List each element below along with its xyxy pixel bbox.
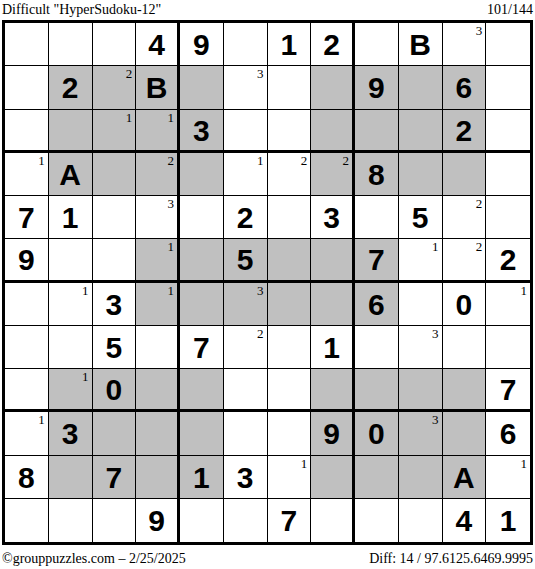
cell-r12c5[interactable] [180, 499, 224, 542]
cell-r4c12[interactable] [486, 153, 530, 196]
cell-r10c12[interactable]: 6 [486, 412, 530, 455]
cell-r11c11[interactable]: A [443, 456, 487, 499]
given-value: 1 [323, 331, 340, 363]
given-value: 7 [18, 201, 35, 233]
cell-r2c4[interactable]: B [136, 66, 180, 109]
cell-r7c6[interactable]: 3 [224, 283, 268, 326]
cell-r5c9[interactable] [355, 196, 399, 239]
corner-mark: 2 [168, 154, 175, 167]
cell-r7c8[interactable] [311, 283, 355, 326]
corner-mark: 1 [521, 457, 528, 470]
cell-r7c3[interactable]: 3 [93, 283, 137, 326]
cell-r4c2[interactable]: A [49, 153, 93, 196]
cell-r7c12[interactable]: 1 [486, 283, 530, 326]
sudoku-grid: 4912B322B39611321A2122871323529157122131… [2, 20, 533, 545]
cell-r8c9[interactable] [355, 326, 399, 369]
cell-r11c6[interactable]: 3 [224, 456, 268, 499]
cell-r6c11[interactable]: 2 [443, 239, 487, 282]
cell-r1c3[interactable] [93, 23, 137, 66]
cell-r12c9[interactable] [355, 499, 399, 542]
corner-mark: 1 [521, 284, 528, 297]
given-value: 6 [456, 71, 473, 103]
corner-mark: 1 [82, 284, 89, 297]
cell-r10c10[interactable]: 3 [399, 412, 443, 455]
cell-r3c5[interactable]: 3 [180, 110, 224, 153]
cell-r9c3[interactable]: 0 [93, 369, 137, 412]
cell-r8c5[interactable]: 7 [180, 326, 224, 369]
given-value: 9 [148, 504, 165, 536]
cell-r1c1[interactable] [5, 23, 49, 66]
cell-r4c6[interactable]: 1 [224, 153, 268, 196]
corner-mark: 3 [476, 24, 483, 37]
cell-r3c7[interactable] [268, 110, 312, 153]
cell-r4c7[interactable]: 2 [268, 153, 312, 196]
given-value: 6 [500, 417, 517, 449]
cell-r12c12[interactable]: 1 [486, 499, 530, 542]
corner-mark: 3 [168, 197, 175, 210]
given-value: 3 [237, 461, 254, 493]
cell-r8c12[interactable] [486, 326, 530, 369]
cell-r12c3[interactable] [93, 499, 137, 542]
corner-mark: 2 [126, 67, 133, 80]
cell-r3c2[interactable] [49, 110, 93, 153]
corner-mark: 3 [432, 413, 439, 426]
given-value: 1 [193, 461, 210, 493]
difficulty-rating: Diff: 14 / 97.6125.6469.9995 [369, 550, 533, 567]
corner-mark: 1 [432, 240, 439, 253]
cell-r1c7[interactable]: 1 [268, 23, 312, 66]
cell-r5c5[interactable] [180, 196, 224, 239]
cell-r3c4[interactable]: 1 [136, 110, 180, 153]
cell-r9c5[interactable] [180, 369, 224, 412]
given-value: 5 [412, 201, 429, 233]
cell-r6c3[interactable] [93, 239, 137, 282]
given-value: 9 [323, 417, 340, 449]
cell-r1c4[interactable]: 4 [136, 23, 180, 66]
given-value: 0 [368, 417, 385, 449]
cell-r10c3[interactable] [93, 412, 137, 455]
given-value: 9 [193, 28, 210, 60]
cell-r5c4[interactable]: 3 [136, 196, 180, 239]
cell-r6c7[interactable] [268, 239, 312, 282]
cell-r10c2[interactable]: 3 [49, 412, 93, 455]
given-value: 1 [500, 504, 517, 536]
cell-r3c9[interactable] [355, 110, 399, 153]
given-value: 1 [62, 201, 79, 233]
cell-r5c8[interactable]: 3 [311, 196, 355, 239]
cell-r5c11[interactable]: 2 [443, 196, 487, 239]
cell-r5c3[interactable] [93, 196, 137, 239]
cell-r6c9[interactable]: 7 [355, 239, 399, 282]
given-value: 0 [106, 373, 123, 405]
cell-r1c2[interactable] [49, 23, 93, 66]
cell-r7c9[interactable]: 6 [355, 283, 399, 326]
given-value: 5 [106, 331, 123, 363]
cell-r4c11[interactable] [443, 153, 487, 196]
given-value: 7 [281, 504, 298, 536]
cell-r7c10[interactable] [399, 283, 443, 326]
cell-r10c7[interactable] [268, 412, 312, 455]
cell-r3c11[interactable]: 2 [443, 110, 487, 153]
cell-r11c9[interactable] [355, 456, 399, 499]
cell-r8c6[interactable]: 2 [224, 326, 268, 369]
cell-r2c2[interactable]: 2 [49, 66, 93, 109]
cell-r9c2[interactable]: 1 [49, 369, 93, 412]
cell-r9c9[interactable] [355, 369, 399, 412]
cell-r2c6[interactable]: 3 [224, 66, 268, 109]
corner-mark: 1 [38, 154, 45, 167]
cell-r3c3[interactable]: 1 [93, 110, 137, 153]
corner-mark: 1 [126, 111, 133, 124]
given-value: 2 [62, 71, 79, 103]
cell-r7c7[interactable] [268, 283, 312, 326]
cell-r8c7[interactable] [268, 326, 312, 369]
cell-r11c10[interactable] [399, 456, 443, 499]
cell-r6c6[interactable]: 5 [224, 239, 268, 282]
given-value: 7 [106, 461, 123, 493]
cell-r5c12[interactable] [486, 196, 530, 239]
given-value: A [59, 158, 81, 190]
cell-r3c6[interactable] [224, 110, 268, 153]
cell-r1c8[interactable]: 2 [311, 23, 355, 66]
cell-r1c5[interactable]: 9 [180, 23, 224, 66]
cell-r11c12[interactable]: 1 [486, 456, 530, 499]
given-value: A [453, 461, 475, 493]
given-value: 0 [456, 288, 473, 320]
cell-r5c2[interactable]: 1 [49, 196, 93, 239]
cell-r5c7[interactable] [268, 196, 312, 239]
cell-r4c1[interactable]: 1 [5, 153, 49, 196]
cell-r7c2[interactable]: 1 [49, 283, 93, 326]
cell-r6c10[interactable]: 1 [399, 239, 443, 282]
cell-r8c2[interactable] [49, 326, 93, 369]
cell-r2c1[interactable] [5, 66, 49, 109]
cell-r2c12[interactable] [486, 66, 530, 109]
given-value: 8 [368, 158, 385, 190]
cell-r3c12[interactable] [486, 110, 530, 153]
given-value: 2 [500, 243, 517, 275]
corner-mark: 1 [38, 413, 45, 426]
given-value: 9 [18, 243, 35, 275]
cell-r5c1[interactable]: 7 [5, 196, 49, 239]
cell-r7c5[interactable] [180, 283, 224, 326]
corner-mark: 3 [432, 327, 439, 340]
cell-r9c6[interactable] [224, 369, 268, 412]
cell-r2c7[interactable] [268, 66, 312, 109]
cell-r1c11[interactable]: 3 [443, 23, 487, 66]
cell-r12c6[interactable] [224, 499, 268, 542]
cell-r2c11[interactable]: 6 [443, 66, 487, 109]
corner-mark: 1 [168, 240, 175, 253]
given-value: 4 [148, 28, 165, 60]
corner-mark: 2 [343, 154, 350, 167]
cell-r11c1[interactable]: 8 [5, 456, 49, 499]
cell-r2c5[interactable] [180, 66, 224, 109]
given-value: 3 [62, 417, 79, 449]
cell-r2c3[interactable]: 2 [93, 66, 137, 109]
cell-r4c8[interactable]: 2 [311, 153, 355, 196]
cell-r6c2[interactable] [49, 239, 93, 282]
corner-mark: 2 [301, 154, 308, 167]
cell-r4c3[interactable] [93, 153, 137, 196]
cell-r7c4[interactable]: 1 [136, 283, 180, 326]
cell-r12c8[interactable] [311, 499, 355, 542]
given-value: 1 [281, 28, 298, 60]
footer: ©grouppuzzles.com – 2/25/2025 Diff: 14 /… [2, 550, 533, 567]
cell-r12c4[interactable]: 9 [136, 499, 180, 542]
corner-mark: 3 [257, 67, 264, 80]
cell-r12c7[interactable]: 7 [268, 499, 312, 542]
hypersudoku-page: { "game": "HyperSudoku-12 (12x12 sudoku,… [0, 0, 535, 569]
cell-r11c7[interactable]: 1 [268, 456, 312, 499]
corner-mark: 1 [257, 154, 264, 167]
cell-r9c1[interactable] [5, 369, 49, 412]
cell-r8c4[interactable] [136, 326, 180, 369]
cell-r12c2[interactable] [49, 499, 93, 542]
puzzle-counter: 101/144 [487, 1, 533, 18]
given-value: 3 [193, 114, 210, 146]
cell-r4c5[interactable] [180, 153, 224, 196]
cell-r5c6[interactable]: 2 [224, 196, 268, 239]
cell-r6c5[interactable] [180, 239, 224, 282]
puzzle-title: Difficult "HyperSudoku-12" [2, 1, 161, 18]
cell-r9c10[interactable] [399, 369, 443, 412]
corner-mark: 1 [82, 370, 89, 383]
given-value: 3 [106, 288, 123, 320]
cell-r8c8[interactable]: 1 [311, 326, 355, 369]
given-value: 7 [500, 373, 517, 405]
cell-r1c10[interactable]: B [399, 23, 443, 66]
cell-r11c3[interactable]: 7 [93, 456, 137, 499]
cell-r11c5[interactable]: 1 [180, 456, 224, 499]
cell-r3c1[interactable] [5, 110, 49, 153]
cell-r2c10[interactable] [399, 66, 443, 109]
cell-r6c4[interactable]: 1 [136, 239, 180, 282]
cell-r2c8[interactable] [311, 66, 355, 109]
corner-mark: 1 [168, 284, 175, 297]
cell-r9c12[interactable]: 7 [486, 369, 530, 412]
cell-r10c5[interactable] [180, 412, 224, 455]
cell-r2c9[interactable]: 9 [355, 66, 399, 109]
given-value: 4 [456, 504, 473, 536]
cell-r9c8[interactable] [311, 369, 355, 412]
given-value: 8 [18, 461, 35, 493]
given-value: 2 [323, 28, 340, 60]
corner-mark: 2 [476, 197, 483, 210]
given-value: 2 [237, 201, 254, 233]
cell-r8c3[interactable]: 5 [93, 326, 137, 369]
cell-r10c4[interactable] [136, 412, 180, 455]
given-value: 7 [193, 331, 210, 363]
cell-r10c11[interactable] [443, 412, 487, 455]
cell-r11c8[interactable] [311, 456, 355, 499]
cell-r12c11[interactable]: 4 [443, 499, 487, 542]
cell-r6c8[interactable] [311, 239, 355, 282]
cell-r10c9[interactable]: 0 [355, 412, 399, 455]
cell-r11c4[interactable] [136, 456, 180, 499]
given-value: 9 [368, 71, 385, 103]
cell-r3c10[interactable] [399, 110, 443, 153]
corner-mark: 2 [257, 327, 264, 340]
header: Difficult "HyperSudoku-12" 101/144 [2, 1, 533, 18]
cell-r7c11[interactable]: 0 [443, 283, 487, 326]
corner-mark: 1 [301, 457, 308, 470]
cell-r7c1[interactable] [5, 283, 49, 326]
cell-r4c4[interactable]: 2 [136, 153, 180, 196]
cell-r12c1[interactable] [5, 499, 49, 542]
cell-r10c1[interactable]: 1 [5, 412, 49, 455]
cell-r6c1[interactable]: 9 [5, 239, 49, 282]
given-value: 2 [456, 114, 473, 146]
cell-r1c9[interactable] [355, 23, 399, 66]
given-value: 6 [368, 288, 385, 320]
given-value: B [146, 71, 168, 103]
cell-r10c6[interactable] [224, 412, 268, 455]
corner-mark: 1 [168, 111, 175, 124]
given-value: 3 [323, 201, 340, 233]
cell-r9c11[interactable] [443, 369, 487, 412]
cell-r3c8[interactable] [311, 110, 355, 153]
copyright: ©grouppuzzles.com – 2/25/2025 [2, 550, 186, 567]
cell-r5c10[interactable]: 5 [399, 196, 443, 239]
cell-r11c2[interactable] [49, 456, 93, 499]
cell-r8c11[interactable] [443, 326, 487, 369]
cell-r4c9[interactable]: 8 [355, 153, 399, 196]
corner-mark: 2 [476, 240, 483, 253]
cell-r4c10[interactable] [399, 153, 443, 196]
given-value: 7 [368, 243, 385, 275]
cell-r10c8[interactable]: 9 [311, 412, 355, 455]
cell-r9c4[interactable] [136, 369, 180, 412]
cell-r9c7[interactable] [268, 369, 312, 412]
cell-r1c6[interactable] [224, 23, 268, 66]
given-value: 5 [237, 243, 254, 275]
cell-r8c1[interactable] [5, 326, 49, 369]
corner-mark: 3 [257, 284, 264, 297]
given-value: B [409, 28, 431, 60]
cell-r1c12[interactable] [486, 23, 530, 66]
cell-r12c10[interactable] [399, 499, 443, 542]
cell-r8c10[interactable]: 3 [399, 326, 443, 369]
cell-r6c12[interactable]: 2 [486, 239, 530, 282]
